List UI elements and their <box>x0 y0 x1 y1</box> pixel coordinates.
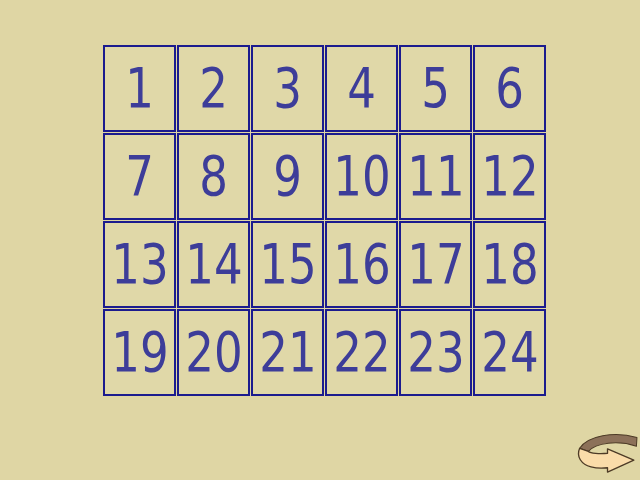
cell-number: 7 <box>125 149 154 204</box>
board-cell-5[interactable]: 5 <box>399 45 472 132</box>
board-cell-10[interactable]: 10 <box>325 133 398 220</box>
cell-number: 5 <box>421 61 450 116</box>
board-cell-18[interactable]: 18 <box>473 221 546 308</box>
cell-number: 8 <box>199 149 228 204</box>
board-cell-7[interactable]: 7 <box>103 133 176 220</box>
board-row: 789101112 <box>103 133 546 220</box>
cell-number: 9 <box>273 149 302 204</box>
board-cell-20[interactable]: 20 <box>177 309 250 396</box>
board-cell-6[interactable]: 6 <box>473 45 546 132</box>
return-arrow-button[interactable] <box>575 433 639 475</box>
cell-number: 20 <box>185 325 242 380</box>
board-cell-3[interactable]: 3 <box>251 45 324 132</box>
cell-number: 3 <box>273 61 302 116</box>
board-row: 123456 <box>103 45 546 132</box>
board-cell-11[interactable]: 11 <box>399 133 472 220</box>
board-cell-17[interactable]: 17 <box>399 221 472 308</box>
board-cell-9[interactable]: 9 <box>251 133 324 220</box>
board-cell-13[interactable]: 13 <box>103 221 176 308</box>
board-row: 131415161718 <box>103 221 546 308</box>
cell-number: 13 <box>111 237 168 292</box>
cell-number: 4 <box>347 61 376 116</box>
board-row: 192021222324 <box>103 309 546 396</box>
cell-number: 19 <box>111 325 168 380</box>
board-cell-4[interactable]: 4 <box>325 45 398 132</box>
board-cell-1[interactable]: 1 <box>103 45 176 132</box>
cell-number: 14 <box>185 237 242 292</box>
board-cell-23[interactable]: 23 <box>399 309 472 396</box>
board-cell-14[interactable]: 14 <box>177 221 250 308</box>
slide: 123456789101112131415161718192021222324 <box>0 0 640 480</box>
board-cell-16[interactable]: 16 <box>325 221 398 308</box>
cell-number: 6 <box>495 61 524 116</box>
cell-number: 17 <box>407 237 464 292</box>
board-cell-15[interactable]: 15 <box>251 221 324 308</box>
cell-number: 23 <box>407 325 464 380</box>
board-cell-24[interactable]: 24 <box>473 309 546 396</box>
cell-number: 15 <box>259 237 316 292</box>
board-cell-2[interactable]: 2 <box>177 45 250 132</box>
cell-number: 1 <box>125 61 154 116</box>
curved-return-arrow-icon <box>575 433 639 475</box>
cell-number: 24 <box>481 325 538 380</box>
cell-number: 11 <box>407 149 464 204</box>
cell-number: 16 <box>333 237 390 292</box>
board-cell-19[interactable]: 19 <box>103 309 176 396</box>
cell-number: 18 <box>481 237 538 292</box>
cell-number: 2 <box>199 61 228 116</box>
board-cell-22[interactable]: 22 <box>325 309 398 396</box>
cell-number: 12 <box>481 149 538 204</box>
cell-number: 10 <box>333 149 390 204</box>
board-cell-21[interactable]: 21 <box>251 309 324 396</box>
cell-number: 21 <box>259 325 316 380</box>
number-board: 123456789101112131415161718192021222324 <box>103 45 546 396</box>
board-cell-12[interactable]: 12 <box>473 133 546 220</box>
cell-number: 22 <box>333 325 390 380</box>
board-cell-8[interactable]: 8 <box>177 133 250 220</box>
